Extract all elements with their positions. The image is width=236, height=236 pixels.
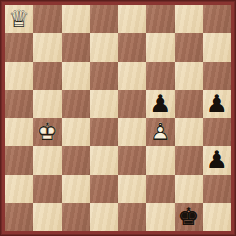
white-queen[interactable]: ♛♕ [5,5,33,33]
white-pawn[interactable]: ♟♙ [146,118,174,146]
square-d1[interactable] [90,203,118,231]
square-c4[interactable] [62,118,90,146]
square-d7[interactable] [90,33,118,61]
black-pawn-outline-glyph: ♟ [206,90,228,118]
square-f8[interactable] [146,5,174,33]
black-pawn-outline-glyph: ♟ [206,146,228,174]
square-a5[interactable] [5,90,33,118]
square-f4[interactable]: ♟♙ [146,118,174,146]
square-h4[interactable] [203,118,231,146]
square-f5[interactable]: ♟♟ [146,90,174,118]
square-a6[interactable] [5,62,33,90]
square-c8[interactable] [62,5,90,33]
square-d2[interactable] [90,175,118,203]
square-d5[interactable] [90,90,118,118]
square-a8[interactable]: ♛♕ [5,5,33,33]
black-king[interactable]: ♚♚ [175,203,203,231]
square-e5[interactable] [118,90,146,118]
square-f3[interactable] [146,146,174,174]
square-h7[interactable] [203,33,231,61]
square-g7[interactable] [175,33,203,61]
square-h3[interactable]: ♟♟ [203,146,231,174]
square-b2[interactable] [33,175,61,203]
square-f7[interactable] [146,33,174,61]
square-d6[interactable] [90,62,118,90]
square-e4[interactable] [118,118,146,146]
square-b8[interactable] [33,5,61,33]
square-c7[interactable] [62,33,90,61]
square-a3[interactable] [5,146,33,174]
black-pawn[interactable]: ♟♟ [203,146,231,174]
square-c5[interactable] [62,90,90,118]
square-a1[interactable] [5,203,33,231]
square-h5[interactable]: ♟♟ [203,90,231,118]
square-h2[interactable] [203,175,231,203]
black-king-outline-glyph: ♚ [178,203,200,231]
square-b1[interactable] [33,203,61,231]
square-g3[interactable] [175,146,203,174]
square-b7[interactable] [33,33,61,61]
square-g5[interactable] [175,90,203,118]
square-c2[interactable] [62,175,90,203]
square-a7[interactable] [5,33,33,61]
square-g6[interactable] [175,62,203,90]
square-h8[interactable] [203,5,231,33]
square-f1[interactable] [146,203,174,231]
square-g2[interactable] [175,175,203,203]
square-b4[interactable]: ♚♔ [33,118,61,146]
square-b5[interactable] [33,90,61,118]
square-d4[interactable] [90,118,118,146]
square-g1[interactable]: ♚♚ [175,203,203,231]
white-king[interactable]: ♚♔ [33,118,61,146]
square-h6[interactable] [203,62,231,90]
square-d8[interactable] [90,5,118,33]
square-c1[interactable] [62,203,90,231]
square-e6[interactable] [118,62,146,90]
square-e3[interactable] [118,146,146,174]
square-e7[interactable] [118,33,146,61]
square-e2[interactable] [118,175,146,203]
white-queen-outline-glyph: ♕ [8,5,30,33]
square-c6[interactable] [62,62,90,90]
white-pawn-outline-glyph: ♙ [150,118,172,146]
square-g8[interactable] [175,5,203,33]
square-b3[interactable] [33,146,61,174]
black-pawn[interactable]: ♟♟ [203,90,231,118]
square-d3[interactable] [90,146,118,174]
square-f2[interactable] [146,175,174,203]
square-e1[interactable] [118,203,146,231]
square-h1[interactable] [203,203,231,231]
square-f6[interactable] [146,62,174,90]
square-a4[interactable] [5,118,33,146]
square-e8[interactable] [118,5,146,33]
square-a2[interactable] [5,175,33,203]
black-pawn-outline-glyph: ♟ [150,90,172,118]
board-frame: ♛♕♟♟♟♟♚♔♟♙♟♟♚♚ [0,0,236,236]
square-b6[interactable] [33,62,61,90]
square-g4[interactable] [175,118,203,146]
square-c3[interactable] [62,146,90,174]
chess-board: ♛♕♟♟♟♟♚♔♟♙♟♟♚♚ [5,5,231,231]
black-pawn[interactable]: ♟♟ [146,90,174,118]
white-king-outline-glyph: ♔ [37,118,59,146]
